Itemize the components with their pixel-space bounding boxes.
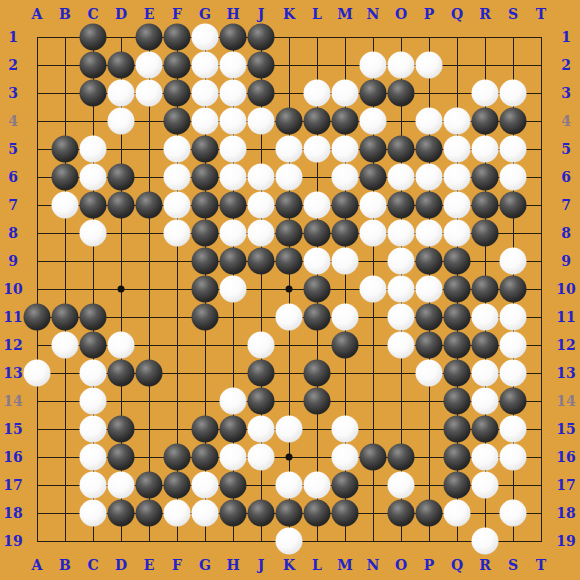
black-stone-M18[interactable]	[332, 500, 359, 527]
black-stone-O5[interactable]	[388, 136, 415, 163]
col-label-bottom-P: P	[424, 557, 435, 573]
black-stone-G16[interactable]	[192, 444, 219, 471]
row-label-right-11: 11	[556, 309, 575, 325]
white-stone-J12[interactable]	[248, 332, 275, 359]
col-label-top-P: P	[424, 6, 435, 22]
black-stone-L14[interactable]	[304, 388, 331, 415]
black-stone-F2[interactable]	[164, 52, 191, 79]
row-label-left-9: 9	[8, 253, 18, 269]
black-stone-L10[interactable]	[304, 276, 331, 303]
black-stone-E1[interactable]	[136, 24, 163, 51]
hoshi-point-D10	[118, 286, 125, 293]
black-stone-B5[interactable]	[52, 136, 79, 163]
white-stone-G18[interactable]	[192, 500, 219, 527]
col-label-bottom-C: C	[87, 557, 98, 573]
white-stone-R19[interactable]	[472, 528, 499, 555]
col-label-bottom-N: N	[367, 557, 380, 573]
white-stone-H8[interactable]	[220, 220, 247, 247]
white-stone-Q8[interactable]	[444, 220, 471, 247]
white-stone-J6[interactable]	[248, 164, 275, 191]
white-stone-N10[interactable]	[360, 276, 387, 303]
black-stone-K18[interactable]	[276, 500, 303, 527]
col-label-top-O: O	[395, 6, 407, 22]
black-stone-P12[interactable]	[416, 332, 443, 359]
col-label-top-L: L	[312, 6, 322, 22]
black-stone-E17[interactable]	[136, 472, 163, 499]
black-stone-Q9[interactable]	[444, 248, 471, 275]
black-stone-K9[interactable]	[276, 248, 303, 275]
row-label-left-14: 14	[3, 393, 22, 409]
white-stone-D4[interactable]	[108, 108, 135, 135]
black-stone-Q16[interactable]	[444, 444, 471, 471]
white-stone-Q4[interactable]	[444, 108, 471, 135]
white-stone-G3[interactable]	[192, 80, 219, 107]
white-stone-N4[interactable]	[360, 108, 387, 135]
col-label-top-F: F	[172, 6, 182, 22]
white-stone-L7[interactable]	[304, 192, 331, 219]
white-stone-M5[interactable]	[332, 136, 359, 163]
black-stone-J13[interactable]	[248, 360, 275, 387]
col-label-top-G: G	[199, 6, 211, 22]
white-stone-P13[interactable]	[416, 360, 443, 387]
black-stone-G6[interactable]	[192, 164, 219, 191]
row-label-left-7: 7	[8, 197, 18, 213]
black-stone-K8[interactable]	[276, 220, 303, 247]
white-stone-S18[interactable]	[500, 500, 527, 527]
white-stone-L9[interactable]	[304, 248, 331, 275]
white-stone-P10[interactable]	[416, 276, 443, 303]
black-stone-L13[interactable]	[304, 360, 331, 387]
hoshi-point-K16	[286, 454, 293, 461]
black-stone-F16[interactable]	[164, 444, 191, 471]
black-stone-G11[interactable]	[192, 304, 219, 331]
white-stone-N8[interactable]	[360, 220, 387, 247]
white-stone-H2[interactable]	[220, 52, 247, 79]
white-stone-C16[interactable]	[80, 444, 107, 471]
white-stone-Q6[interactable]	[444, 164, 471, 191]
row-label-left-1: 1	[8, 29, 18, 45]
black-stone-M17[interactable]	[332, 472, 359, 499]
col-label-bottom-H: H	[226, 557, 239, 573]
black-stone-S14[interactable]	[500, 388, 527, 415]
row-label-right-16: 16	[556, 449, 575, 465]
row-label-right-5: 5	[561, 141, 571, 157]
white-stone-S15[interactable]	[500, 416, 527, 443]
black-stone-N6[interactable]	[360, 164, 387, 191]
white-stone-D3[interactable]	[108, 80, 135, 107]
black-stone-J9[interactable]	[248, 248, 275, 275]
white-stone-S3[interactable]	[500, 80, 527, 107]
row-label-left-15: 15	[3, 421, 22, 437]
row-label-right-19: 19	[556, 533, 575, 549]
row-label-left-5: 5	[8, 141, 18, 157]
black-stone-A11[interactable]	[24, 304, 51, 331]
col-label-top-M: M	[337, 6, 353, 22]
white-stone-C18[interactable]	[80, 500, 107, 527]
row-label-left-13: 13	[3, 365, 22, 381]
white-stone-O2[interactable]	[388, 52, 415, 79]
white-stone-R16[interactable]	[472, 444, 499, 471]
col-label-bottom-D: D	[115, 557, 127, 573]
white-stone-C13[interactable]	[80, 360, 107, 387]
white-stone-G17[interactable]	[192, 472, 219, 499]
col-label-bottom-K: K	[283, 557, 295, 573]
white-stone-M15[interactable]	[332, 416, 359, 443]
white-stone-O9[interactable]	[388, 248, 415, 275]
white-stone-G1[interactable]	[192, 24, 219, 51]
col-label-bottom-Q: Q	[451, 557, 463, 573]
white-stone-C15[interactable]	[80, 416, 107, 443]
white-stone-L5[interactable]	[304, 136, 331, 163]
black-stone-P18[interactable]	[416, 500, 443, 527]
white-stone-O11[interactable]	[388, 304, 415, 331]
row-label-right-4: 4	[561, 113, 571, 129]
row-label-left-12: 12	[3, 337, 22, 353]
black-stone-D7[interactable]	[108, 192, 135, 219]
black-stone-C2[interactable]	[80, 52, 107, 79]
white-stone-F7[interactable]	[164, 192, 191, 219]
col-label-bottom-L: L	[312, 557, 322, 573]
row-label-right-8: 8	[561, 225, 571, 241]
white-stone-K6[interactable]	[276, 164, 303, 191]
row-label-right-10: 10	[556, 281, 575, 297]
white-stone-F8[interactable]	[164, 220, 191, 247]
black-stone-O18[interactable]	[388, 500, 415, 527]
black-stone-P7[interactable]	[416, 192, 443, 219]
row-label-right-1: 1	[561, 29, 571, 45]
black-stone-M4[interactable]	[332, 108, 359, 135]
black-stone-S4[interactable]	[500, 108, 527, 135]
row-label-right-17: 17	[556, 477, 575, 493]
white-stone-M16[interactable]	[332, 444, 359, 471]
black-stone-P9[interactable]	[416, 248, 443, 275]
go-board[interactable]: AABBCCDDEEFFGGHHJJKKLLMMNNOOPPQQRRSSTT11…	[0, 0, 580, 580]
hoshi-point-K10	[286, 286, 293, 293]
black-stone-O7[interactable]	[388, 192, 415, 219]
row-label-left-6: 6	[8, 169, 18, 185]
black-stone-B11[interactable]	[52, 304, 79, 331]
white-stone-H5[interactable]	[220, 136, 247, 163]
white-stone-R5[interactable]	[472, 136, 499, 163]
black-stone-B6[interactable]	[52, 164, 79, 191]
black-stone-E13[interactable]	[136, 360, 163, 387]
white-stone-Q7[interactable]	[444, 192, 471, 219]
white-stone-S6[interactable]	[500, 164, 527, 191]
black-stone-R10[interactable]	[472, 276, 499, 303]
col-label-top-E: E	[144, 6, 155, 22]
white-stone-K17[interactable]	[276, 472, 303, 499]
white-stone-L17[interactable]	[304, 472, 331, 499]
row-label-right-13: 13	[556, 365, 575, 381]
white-stone-O8[interactable]	[388, 220, 415, 247]
black-stone-C7[interactable]	[80, 192, 107, 219]
black-stone-H7[interactable]	[220, 192, 247, 219]
white-stone-K15[interactable]	[276, 416, 303, 443]
col-label-top-J: J	[258, 6, 265, 22]
row-label-left-16: 16	[3, 449, 22, 465]
white-stone-M3[interactable]	[332, 80, 359, 107]
white-stone-D17[interactable]	[108, 472, 135, 499]
white-stone-N2[interactable]	[360, 52, 387, 79]
row-label-left-8: 8	[8, 225, 18, 241]
white-stone-Q5[interactable]	[444, 136, 471, 163]
white-stone-P4[interactable]	[416, 108, 443, 135]
black-stone-E18[interactable]	[136, 500, 163, 527]
white-stone-R17[interactable]	[472, 472, 499, 499]
black-stone-M7[interactable]	[332, 192, 359, 219]
white-stone-K11[interactable]	[276, 304, 303, 331]
black-stone-F17[interactable]	[164, 472, 191, 499]
row-label-right-14: 14	[556, 393, 575, 409]
white-stone-M11[interactable]	[332, 304, 359, 331]
white-stone-J15[interactable]	[248, 416, 275, 443]
black-stone-E7[interactable]	[136, 192, 163, 219]
black-stone-Q13[interactable]	[444, 360, 471, 387]
black-stone-L8[interactable]	[304, 220, 331, 247]
white-stone-J8[interactable]	[248, 220, 275, 247]
black-stone-Q10[interactable]	[444, 276, 471, 303]
white-stone-C6[interactable]	[80, 164, 107, 191]
black-stone-Q11[interactable]	[444, 304, 471, 331]
white-stone-P8[interactable]	[416, 220, 443, 247]
white-stone-S16[interactable]	[500, 444, 527, 471]
black-stone-H18[interactable]	[220, 500, 247, 527]
black-stone-L4[interactable]	[304, 108, 331, 135]
white-stone-R11[interactable]	[472, 304, 499, 331]
white-stone-S5[interactable]	[500, 136, 527, 163]
col-label-bottom-O: O	[395, 557, 407, 573]
black-stone-G15[interactable]	[192, 416, 219, 443]
white-stone-C8[interactable]	[80, 220, 107, 247]
black-stone-G7[interactable]	[192, 192, 219, 219]
white-stone-H6[interactable]	[220, 164, 247, 191]
black-stone-D13[interactable]	[108, 360, 135, 387]
white-stone-G4[interactable]	[192, 108, 219, 135]
row-label-left-18: 18	[3, 505, 22, 521]
black-stone-J14[interactable]	[248, 388, 275, 415]
row-label-left-19: 19	[3, 533, 22, 549]
black-stone-Q14[interactable]	[444, 388, 471, 415]
black-stone-Q12[interactable]	[444, 332, 471, 359]
white-stone-S13[interactable]	[500, 360, 527, 387]
white-stone-E3[interactable]	[136, 80, 163, 107]
black-stone-G5[interactable]	[192, 136, 219, 163]
white-stone-D12[interactable]	[108, 332, 135, 359]
black-stone-Q17[interactable]	[444, 472, 471, 499]
col-label-top-R: R	[479, 6, 491, 22]
row-label-right-7: 7	[561, 197, 571, 213]
black-stone-M8[interactable]	[332, 220, 359, 247]
row-label-left-3: 3	[8, 85, 18, 101]
row-label-left-2: 2	[8, 57, 18, 73]
col-label-top-D: D	[115, 6, 127, 22]
black-stone-K4[interactable]	[276, 108, 303, 135]
black-stone-O3[interactable]	[388, 80, 415, 107]
col-label-bottom-S: S	[508, 557, 518, 573]
col-label-bottom-G: G	[199, 557, 211, 573]
col-label-top-B: B	[59, 6, 71, 22]
black-stone-C12[interactable]	[80, 332, 107, 359]
black-stone-P11[interactable]	[416, 304, 443, 331]
col-label-bottom-E: E	[144, 557, 155, 573]
row-label-right-9: 9	[561, 253, 571, 269]
black-stone-D6[interactable]	[108, 164, 135, 191]
black-stone-D15[interactable]	[108, 416, 135, 443]
white-stone-R3[interactable]	[472, 80, 499, 107]
white-stone-J16[interactable]	[248, 444, 275, 471]
row-label-right-6: 6	[561, 169, 571, 185]
white-stone-P6[interactable]	[416, 164, 443, 191]
white-stone-H14[interactable]	[220, 388, 247, 415]
black-stone-R15[interactable]	[472, 416, 499, 443]
white-stone-C17[interactable]	[80, 472, 107, 499]
black-stone-H15[interactable]	[220, 416, 247, 443]
row-label-right-18: 18	[556, 505, 575, 521]
col-label-top-N: N	[367, 6, 380, 22]
white-stone-C5[interactable]	[80, 136, 107, 163]
col-label-bottom-B: B	[59, 557, 71, 573]
black-stone-P5[interactable]	[416, 136, 443, 163]
white-stone-F6[interactable]	[164, 164, 191, 191]
black-stone-K7[interactable]	[276, 192, 303, 219]
black-stone-D2[interactable]	[108, 52, 135, 79]
black-stone-L11[interactable]	[304, 304, 331, 331]
row-label-right-15: 15	[556, 421, 575, 437]
col-label-top-Q: Q	[451, 6, 463, 22]
white-stone-R13[interactable]	[472, 360, 499, 387]
white-stone-N7[interactable]	[360, 192, 387, 219]
row-label-left-11: 11	[3, 309, 22, 325]
black-stone-L18[interactable]	[304, 500, 331, 527]
white-stone-H4[interactable]	[220, 108, 247, 135]
black-stone-Q15[interactable]	[444, 416, 471, 443]
row-label-left-17: 17	[3, 477, 22, 493]
col-label-bottom-T: T	[536, 557, 546, 573]
black-stone-N3[interactable]	[360, 80, 387, 107]
white-stone-C14[interactable]	[80, 388, 107, 415]
black-stone-J18[interactable]	[248, 500, 275, 527]
row-label-left-4: 4	[8, 113, 18, 129]
col-label-bottom-M: M	[337, 557, 353, 573]
col-label-top-C: C	[87, 6, 98, 22]
col-label-top-H: H	[226, 6, 239, 22]
white-stone-G2[interactable]	[192, 52, 219, 79]
row-label-left-10: 10	[3, 281, 22, 297]
black-stone-N16[interactable]	[360, 444, 387, 471]
black-stone-H17[interactable]	[220, 472, 247, 499]
black-stone-D18[interactable]	[108, 500, 135, 527]
black-stone-C1[interactable]	[80, 24, 107, 51]
white-stone-F18[interactable]	[164, 500, 191, 527]
col-label-top-S: S	[508, 6, 518, 22]
white-stone-M6[interactable]	[332, 164, 359, 191]
row-label-right-2: 2	[561, 57, 571, 73]
col-label-top-A: A	[32, 6, 43, 22]
white-stone-S9[interactable]	[500, 248, 527, 275]
black-stone-G8[interactable]	[192, 220, 219, 247]
black-stone-C3[interactable]	[80, 80, 107, 107]
white-stone-O12[interactable]	[388, 332, 415, 359]
white-stone-K5[interactable]	[276, 136, 303, 163]
black-stone-N5[interactable]	[360, 136, 387, 163]
white-stone-F5[interactable]	[164, 136, 191, 163]
row-label-right-12: 12	[556, 337, 575, 353]
black-stone-R4[interactable]	[472, 108, 499, 135]
black-stone-C11[interactable]	[80, 304, 107, 331]
white-stone-Q18[interactable]	[444, 500, 471, 527]
white-stone-B12[interactable]	[52, 332, 79, 359]
black-stone-R12[interactable]	[472, 332, 499, 359]
white-stone-H3[interactable]	[220, 80, 247, 107]
black-stone-O16[interactable]	[388, 444, 415, 471]
white-stone-K19[interactable]	[276, 528, 303, 555]
white-stone-H16[interactable]	[220, 444, 247, 471]
white-stone-R14[interactable]	[472, 388, 499, 415]
black-stone-R7[interactable]	[472, 192, 499, 219]
black-stone-H1[interactable]	[220, 24, 247, 51]
white-stone-S11[interactable]	[500, 304, 527, 331]
black-stone-G9[interactable]	[192, 248, 219, 275]
black-stone-F1[interactable]	[164, 24, 191, 51]
black-stone-J3[interactable]	[248, 80, 275, 107]
black-stone-J2[interactable]	[248, 52, 275, 79]
col-label-bottom-J: J	[258, 557, 265, 573]
white-stone-O10[interactable]	[388, 276, 415, 303]
white-stone-A13[interactable]	[24, 360, 51, 387]
col-label-bottom-R: R	[479, 557, 491, 573]
black-stone-R8[interactable]	[472, 220, 499, 247]
white-stone-E2[interactable]	[136, 52, 163, 79]
white-stone-L3[interactable]	[304, 80, 331, 107]
black-stone-S7[interactable]	[500, 192, 527, 219]
col-label-top-T: T	[536, 6, 546, 22]
white-stone-O6[interactable]	[388, 164, 415, 191]
row-label-right-3: 3	[561, 85, 571, 101]
black-stone-F4[interactable]	[164, 108, 191, 135]
white-stone-J7[interactable]	[248, 192, 275, 219]
white-stone-H10[interactable]	[220, 276, 247, 303]
col-label-top-K: K	[283, 6, 295, 22]
white-stone-O17[interactable]	[388, 472, 415, 499]
col-label-bottom-F: F	[172, 557, 182, 573]
white-stone-P2[interactable]	[416, 52, 443, 79]
white-stone-J4[interactable]	[248, 108, 275, 135]
white-stone-S12[interactable]	[500, 332, 527, 359]
white-stone-B7[interactable]	[52, 192, 79, 219]
black-stone-J1[interactable]	[248, 24, 275, 51]
white-stone-M9[interactable]	[332, 248, 359, 275]
black-stone-R6[interactable]	[472, 164, 499, 191]
col-label-bottom-A: A	[32, 557, 43, 573]
black-stone-S10[interactable]	[500, 276, 527, 303]
black-stone-F3[interactable]	[164, 80, 191, 107]
black-stone-M12[interactable]	[332, 332, 359, 359]
black-stone-G10[interactable]	[192, 276, 219, 303]
black-stone-D16[interactable]	[108, 444, 135, 471]
black-stone-H9[interactable]	[220, 248, 247, 275]
